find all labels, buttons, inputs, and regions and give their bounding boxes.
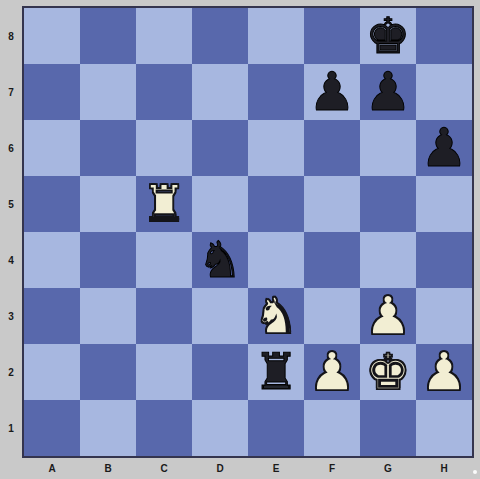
- square-f1[interactable]: [304, 400, 360, 456]
- square-g1[interactable]: [360, 400, 416, 456]
- square-c6[interactable]: [136, 120, 192, 176]
- square-e8[interactable]: [248, 8, 304, 64]
- square-a7[interactable]: [24, 64, 80, 120]
- square-e2[interactable]: ♜: [248, 344, 304, 400]
- square-b3[interactable]: [80, 288, 136, 344]
- black-king[interactable]: ♚: [366, 8, 411, 64]
- rank-label-4: 4: [0, 232, 22, 288]
- square-b6[interactable]: [80, 120, 136, 176]
- square-b7[interactable]: [80, 64, 136, 120]
- square-h8[interactable]: [416, 8, 472, 64]
- black-knight[interactable]: ♞: [198, 232, 243, 288]
- square-h7[interactable]: [416, 64, 472, 120]
- square-c8[interactable]: [136, 8, 192, 64]
- square-e1[interactable]: [248, 400, 304, 456]
- chess-board[interactable]: ♚♟♟♟♜♞♞♟♜♟♚♟: [22, 6, 474, 458]
- square-d1[interactable]: [192, 400, 248, 456]
- square-h2[interactable]: ♟: [416, 344, 472, 400]
- square-f2[interactable]: ♟: [304, 344, 360, 400]
- rank-label-5: 5: [0, 176, 22, 232]
- file-label-h: H: [416, 458, 472, 479]
- corner-dot: [473, 470, 477, 474]
- file-labels: ABCDEFGH: [24, 458, 472, 479]
- chess-board-window: 87654321 ♚♟♟♟♜♞♞♟♜♟♚♟ ABCDEFGH: [0, 0, 480, 479]
- square-g3[interactable]: ♟: [360, 288, 416, 344]
- square-g8[interactable]: ♚: [360, 8, 416, 64]
- square-b4[interactable]: [80, 232, 136, 288]
- square-a5[interactable]: [24, 176, 80, 232]
- square-d6[interactable]: [192, 120, 248, 176]
- square-d7[interactable]: [192, 64, 248, 120]
- file-label-f: F: [304, 458, 360, 479]
- square-a2[interactable]: [24, 344, 80, 400]
- square-a6[interactable]: [24, 120, 80, 176]
- square-f4[interactable]: [304, 232, 360, 288]
- square-d8[interactable]: [192, 8, 248, 64]
- square-h6[interactable]: ♟: [416, 120, 472, 176]
- square-b1[interactable]: [80, 400, 136, 456]
- white-king[interactable]: ♚: [366, 344, 411, 400]
- file-label-e: E: [248, 458, 304, 479]
- black-rook[interactable]: ♜: [254, 344, 299, 400]
- black-pawn[interactable]: ♟: [308, 64, 356, 120]
- square-g7[interactable]: ♟: [360, 64, 416, 120]
- square-f7[interactable]: ♟: [304, 64, 360, 120]
- square-a1[interactable]: [24, 400, 80, 456]
- square-e6[interactable]: [248, 120, 304, 176]
- file-label-a: A: [24, 458, 80, 479]
- square-a8[interactable]: [24, 8, 80, 64]
- rank-label-7: 7: [0, 64, 22, 120]
- file-label-d: D: [192, 458, 248, 479]
- square-e7[interactable]: [248, 64, 304, 120]
- square-e4[interactable]: [248, 232, 304, 288]
- file-label-g: G: [360, 458, 416, 479]
- white-pawn[interactable]: ♟: [308, 344, 356, 400]
- square-f8[interactable]: [304, 8, 360, 64]
- square-c5[interactable]: ♜: [136, 176, 192, 232]
- square-c3[interactable]: [136, 288, 192, 344]
- rank-label-1: 1: [0, 400, 22, 456]
- black-pawn[interactable]: ♟: [420, 120, 468, 176]
- square-e5[interactable]: [248, 176, 304, 232]
- rank-label-3: 3: [0, 288, 22, 344]
- square-h3[interactable]: [416, 288, 472, 344]
- square-h4[interactable]: [416, 232, 472, 288]
- rank-label-8: 8: [0, 8, 22, 64]
- square-d2[interactable]: [192, 344, 248, 400]
- white-pawn[interactable]: ♟: [364, 288, 412, 344]
- white-knight[interactable]: ♞: [254, 288, 299, 344]
- square-f6[interactable]: [304, 120, 360, 176]
- square-d3[interactable]: [192, 288, 248, 344]
- square-d5[interactable]: [192, 176, 248, 232]
- square-g6[interactable]: [360, 120, 416, 176]
- square-a4[interactable]: [24, 232, 80, 288]
- rank-label-6: 6: [0, 120, 22, 176]
- square-c1[interactable]: [136, 400, 192, 456]
- square-c2[interactable]: [136, 344, 192, 400]
- file-label-c: C: [136, 458, 192, 479]
- square-f5[interactable]: [304, 176, 360, 232]
- square-h1[interactable]: [416, 400, 472, 456]
- square-h5[interactable]: [416, 176, 472, 232]
- square-c4[interactable]: [136, 232, 192, 288]
- square-a3[interactable]: [24, 288, 80, 344]
- file-label-b: B: [80, 458, 136, 479]
- square-b8[interactable]: [80, 8, 136, 64]
- square-f3[interactable]: [304, 288, 360, 344]
- square-c7[interactable]: [136, 64, 192, 120]
- rank-label-2: 2: [0, 344, 22, 400]
- square-e3[interactable]: ♞: [248, 288, 304, 344]
- square-g4[interactable]: [360, 232, 416, 288]
- square-b2[interactable]: [80, 344, 136, 400]
- square-b5[interactable]: [80, 176, 136, 232]
- white-rook[interactable]: ♜: [142, 176, 187, 232]
- black-pawn[interactable]: ♟: [364, 64, 412, 120]
- rank-labels: 87654321: [0, 8, 22, 456]
- square-g2[interactable]: ♚: [360, 344, 416, 400]
- white-pawn[interactable]: ♟: [420, 344, 468, 400]
- square-d4[interactable]: ♞: [192, 232, 248, 288]
- square-g5[interactable]: [360, 176, 416, 232]
